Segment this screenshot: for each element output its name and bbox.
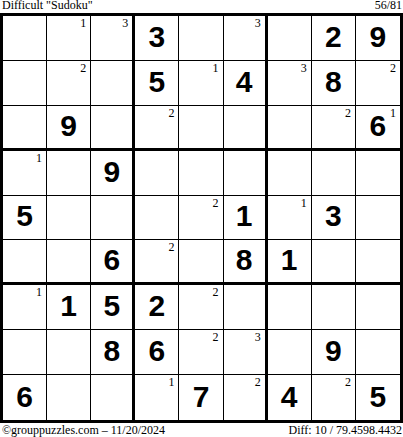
cell-r1c1[interactable] [3,16,47,61]
cell-r7c2[interactable]: 1 [47,285,91,330]
cell-r5c5[interactable]: 2 [179,196,223,241]
cell-r2c8[interactable]: 8 [312,61,356,106]
given-digit: 6 [16,382,33,412]
pencil-mark: 1 [301,197,307,209]
given-digit: 2 [325,22,342,52]
cell-r6c9[interactable] [356,240,400,285]
given-digit: 6 [370,111,387,141]
given-digit: 9 [103,157,120,187]
given-digit: 3 [149,22,166,52]
cell-r1c2[interactable]: 1 [47,16,91,61]
given-digit: 5 [103,291,120,321]
given-digit: 8 [325,67,342,97]
sudoku-board: 1333292514382922611952113628111522862396… [0,13,403,423]
cell-r5c2[interactable] [47,196,91,241]
cell-r4c4[interactable] [135,151,179,196]
cell-r3c6[interactable] [224,106,268,151]
cell-r7c1[interactable]: 1 [3,285,47,330]
cell-r8c5[interactable]: 2 [179,330,223,375]
cell-r7c4[interactable]: 2 [135,285,179,330]
cell-r5c3[interactable] [91,196,135,241]
cell-r9c7[interactable]: 4 [268,375,312,420]
cell-r4c1[interactable]: 1 [3,151,47,196]
cell-r3c5[interactable] [179,106,223,151]
pencil-mark: 2 [80,62,86,74]
cell-r4c9[interactable] [356,151,400,196]
cell-r9c3[interactable] [91,375,135,420]
cell-r3c9[interactable]: 61 [356,106,400,151]
cell-r5c6[interactable]: 1 [224,196,268,241]
pencil-mark: 2 [168,241,174,253]
cell-r9c8[interactable]: 2 [312,375,356,420]
cell-r6c6[interactable]: 8 [224,240,268,285]
cell-r2c1[interactable] [3,61,47,106]
cell-r4c7[interactable] [268,151,312,196]
cell-r3c8[interactable]: 2 [312,106,356,151]
footer: ©grouppuzzles.com – 11/20/2024 Diff: 10 … [0,423,403,437]
cell-r8c4[interactable]: 6 [135,330,179,375]
cell-r8c9[interactable] [356,330,400,375]
pencil-mark: 2 [213,286,219,298]
copyright-text: ©grouppuzzles.com – 11/20/2024 [2,423,165,437]
cell-r2c4[interactable]: 5 [135,61,179,106]
given-digit: 9 [370,22,387,52]
pencil-mark: 3 [255,331,261,343]
cell-r1c7[interactable] [268,16,312,61]
cell-r3c1[interactable] [3,106,47,151]
cell-r5c9[interactable] [356,196,400,241]
cell-r1c4[interactable]: 3 [135,16,179,61]
cell-r7c8[interactable] [312,285,356,330]
cell-r1c9[interactable]: 9 [356,16,400,61]
cell-r2c9[interactable]: 2 [356,61,400,106]
cell-r7c9[interactable] [356,285,400,330]
page-title: Difficult "Sudoku" [2,0,93,12]
given-digit: 8 [103,336,120,366]
cell-r9c5[interactable]: 7 [179,375,223,420]
given-digit: 9 [60,111,77,141]
cell-r2c5[interactable]: 1 [179,61,223,106]
header: Difficult "Sudoku" 56/81 [0,0,403,13]
cell-r5c7[interactable]: 1 [268,196,312,241]
cell-r7c5[interactable]: 2 [179,285,223,330]
cell-r8c6[interactable]: 3 [224,330,268,375]
given-digit: 7 [193,382,210,412]
cell-r8c2[interactable] [47,330,91,375]
given-digit: 1 [236,201,253,231]
cell-r9c2[interactable] [47,375,91,420]
cell-r6c2[interactable] [47,240,91,285]
cell-r1c8[interactable]: 2 [312,16,356,61]
cell-r8c1[interactable] [3,330,47,375]
cell-r9c4[interactable]: 1 [135,375,179,420]
given-digit: 5 [149,67,166,97]
given-digit: 4 [281,382,298,412]
pencil-mark: 1 [80,17,86,29]
cell-r3c4[interactable]: 2 [135,106,179,151]
pencil-mark: 2 [255,376,261,388]
cell-r5c4[interactable] [135,196,179,241]
cell-r7c7[interactable] [268,285,312,330]
pencil-mark: 1 [213,62,219,74]
cell-r1c6[interactable]: 3 [224,16,268,61]
cell-r1c5[interactable] [179,16,223,61]
cell-r1c3[interactable]: 3 [91,16,135,61]
cell-r4c3[interactable]: 9 [91,151,135,196]
cell-r8c3[interactable]: 8 [91,330,135,375]
cell-r9c6[interactable]: 2 [224,375,268,420]
cell-r4c8[interactable] [312,151,356,196]
pencil-mark: 3 [255,17,261,29]
given-digit: 1 [60,291,77,321]
cell-r4c5[interactable] [179,151,223,196]
cell-r8c7[interactable] [268,330,312,375]
cell-r5c8[interactable]: 3 [312,196,356,241]
cell-r6c3[interactable]: 6 [91,240,135,285]
pencil-mark: 1 [390,107,396,119]
given-digit: 1 [281,245,298,275]
pencil-mark: 1 [36,286,42,298]
cell-r8c8[interactable]: 9 [312,330,356,375]
cell-r7c3[interactable]: 5 [91,285,135,330]
pencil-mark: 2 [213,197,219,209]
given-digit: 9 [325,336,342,366]
cell-r2c3[interactable] [91,61,135,106]
given-digit: 6 [103,245,120,275]
cell-r7c6[interactable] [224,285,268,330]
given-digit: 3 [325,201,342,231]
cell-r5c1[interactable]: 5 [3,196,47,241]
pencil-mark: 2 [390,62,396,74]
given-digit: 4 [236,67,253,97]
cell-r9c9[interactable]: 5 [356,375,400,420]
given-digit: 8 [236,245,253,275]
cell-r3c3[interactable] [91,106,135,151]
cell-r2c7[interactable]: 3 [268,61,312,106]
pencil-mark: 2 [213,331,219,343]
cell-r3c7[interactable] [268,106,312,151]
cell-r2c2[interactable]: 2 [47,61,91,106]
difficulty-text: Diff: 10 / 79.4598.4432 [289,423,402,437]
cell-r6c1[interactable] [3,240,47,285]
pencil-mark: 1 [168,376,174,388]
given-digit: 6 [149,336,166,366]
pencil-mark: 1 [36,152,42,164]
cell-r2c6[interactable]: 4 [224,61,268,106]
cell-r6c7[interactable]: 1 [268,240,312,285]
pencil-mark: 2 [345,376,351,388]
cells-remaining-counter: 56/81 [375,0,402,12]
cell-r4c2[interactable] [47,151,91,196]
cell-r6c4[interactable]: 2 [135,240,179,285]
pencil-mark: 3 [301,62,307,74]
pencil-mark: 2 [345,107,351,119]
given-digit: 5 [16,201,33,231]
cell-r6c5[interactable] [179,240,223,285]
pencil-mark: 2 [168,107,174,119]
pencil-mark: 3 [122,17,128,29]
cell-r9c1[interactable]: 6 [3,375,47,420]
cell-r3c2[interactable]: 9 [47,106,91,151]
cell-r4c6[interactable] [224,151,268,196]
given-digit: 2 [149,291,166,321]
cell-r6c8[interactable] [312,240,356,285]
given-digit: 5 [370,382,387,412]
